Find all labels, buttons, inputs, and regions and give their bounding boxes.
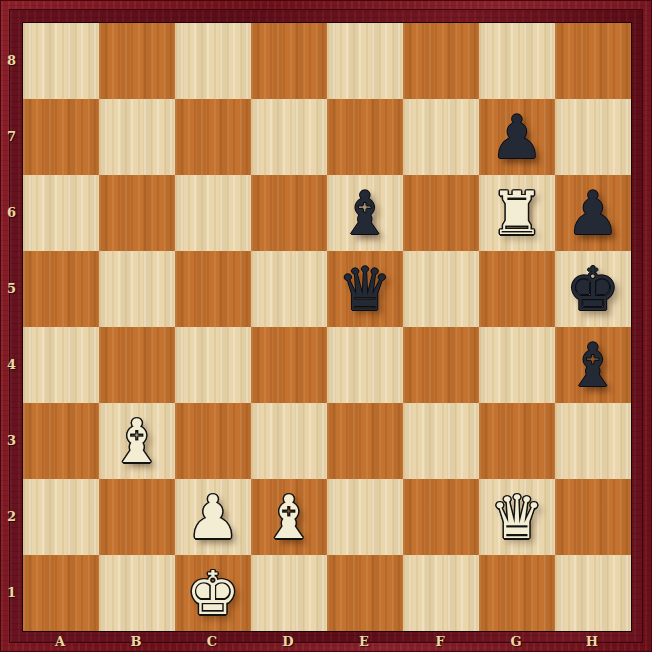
square-a3[interactable] bbox=[23, 403, 99, 479]
square-e5[interactable]: ♛ bbox=[327, 251, 403, 327]
file-label-a: A bbox=[22, 630, 98, 652]
piece-black-pawn-g7[interactable]: ♟ bbox=[490, 99, 544, 175]
square-f8[interactable] bbox=[403, 23, 479, 99]
rank-label-3: 3 bbox=[1, 402, 22, 478]
square-e4[interactable] bbox=[327, 327, 403, 403]
rank-label-6: 6 bbox=[1, 174, 22, 250]
square-c2[interactable]: ♟ bbox=[175, 479, 251, 555]
board: ♟♝♜♟♛♚♝♝♟♝♛♚ bbox=[22, 22, 632, 632]
square-h2[interactable] bbox=[555, 479, 631, 555]
square-d7[interactable] bbox=[251, 99, 327, 175]
file-label-b: B bbox=[98, 630, 174, 652]
square-e6[interactable]: ♝ bbox=[327, 175, 403, 251]
square-b6[interactable] bbox=[99, 175, 175, 251]
square-c5[interactable] bbox=[175, 251, 251, 327]
square-a5[interactable] bbox=[23, 251, 99, 327]
piece-white-bishop-d2[interactable]: ♝ bbox=[262, 479, 316, 555]
square-f1[interactable] bbox=[403, 555, 479, 631]
square-g5[interactable] bbox=[479, 251, 555, 327]
piece-white-bishop-b3[interactable]: ♝ bbox=[110, 403, 164, 479]
square-a1[interactable] bbox=[23, 555, 99, 631]
square-g3[interactable] bbox=[479, 403, 555, 479]
piece-white-rook-g6[interactable]: ♜ bbox=[490, 175, 544, 251]
rank-label-8: 8 bbox=[1, 22, 22, 98]
square-h7[interactable] bbox=[555, 99, 631, 175]
square-g8[interactable] bbox=[479, 23, 555, 99]
square-d6[interactable] bbox=[251, 175, 327, 251]
square-h5[interactable]: ♚ bbox=[555, 251, 631, 327]
square-d2[interactable]: ♝ bbox=[251, 479, 327, 555]
piece-black-king-h5[interactable]: ♚ bbox=[566, 251, 620, 327]
piece-black-queen-e5[interactable]: ♛ bbox=[338, 251, 392, 327]
rank-labels: 87654321 bbox=[1, 22, 22, 630]
square-c3[interactable] bbox=[175, 403, 251, 479]
file-label-d: D bbox=[250, 630, 326, 652]
square-e7[interactable] bbox=[327, 99, 403, 175]
square-b4[interactable] bbox=[99, 327, 175, 403]
square-e3[interactable] bbox=[327, 403, 403, 479]
square-c1[interactable]: ♚ bbox=[175, 555, 251, 631]
file-label-e: E bbox=[326, 630, 402, 652]
file-label-c: C bbox=[174, 630, 250, 652]
square-d1[interactable] bbox=[251, 555, 327, 631]
square-a2[interactable] bbox=[23, 479, 99, 555]
square-d5[interactable] bbox=[251, 251, 327, 327]
chessboard-frame: 87654321 ABCDEFGH ♟♝♜♟♛♚♝♝♟♝♛♚ bbox=[0, 0, 652, 652]
square-h3[interactable] bbox=[555, 403, 631, 479]
square-f6[interactable] bbox=[403, 175, 479, 251]
square-e2[interactable] bbox=[327, 479, 403, 555]
square-g1[interactable] bbox=[479, 555, 555, 631]
square-c6[interactable] bbox=[175, 175, 251, 251]
square-h8[interactable] bbox=[555, 23, 631, 99]
square-e8[interactable] bbox=[327, 23, 403, 99]
square-a7[interactable] bbox=[23, 99, 99, 175]
piece-black-bishop-h4[interactable]: ♝ bbox=[566, 327, 620, 403]
square-b1[interactable] bbox=[99, 555, 175, 631]
file-label-f: F bbox=[402, 630, 478, 652]
rank-label-5: 5 bbox=[1, 250, 22, 326]
square-d8[interactable] bbox=[251, 23, 327, 99]
piece-black-bishop-e6[interactable]: ♝ bbox=[338, 175, 392, 251]
rank-label-1: 1 bbox=[1, 554, 22, 630]
rank-label-2: 2 bbox=[1, 478, 22, 554]
piece-white-king-c1[interactable]: ♚ bbox=[186, 555, 240, 631]
file-label-g: G bbox=[478, 630, 554, 652]
piece-white-pawn-c2[interactable]: ♟ bbox=[186, 479, 240, 555]
square-c7[interactable] bbox=[175, 99, 251, 175]
square-a6[interactable] bbox=[23, 175, 99, 251]
square-g6[interactable]: ♜ bbox=[479, 175, 555, 251]
square-f4[interactable] bbox=[403, 327, 479, 403]
piece-white-queen-g2[interactable]: ♛ bbox=[490, 479, 544, 555]
square-h6[interactable]: ♟ bbox=[555, 175, 631, 251]
square-h4[interactable]: ♝ bbox=[555, 327, 631, 403]
square-a4[interactable] bbox=[23, 327, 99, 403]
square-f3[interactable] bbox=[403, 403, 479, 479]
square-d4[interactable] bbox=[251, 327, 327, 403]
square-b5[interactable] bbox=[99, 251, 175, 327]
square-g2[interactable]: ♛ bbox=[479, 479, 555, 555]
square-g4[interactable] bbox=[479, 327, 555, 403]
square-a8[interactable] bbox=[23, 23, 99, 99]
file-labels: ABCDEFGH bbox=[22, 630, 630, 652]
square-f2[interactable] bbox=[403, 479, 479, 555]
square-h1[interactable] bbox=[555, 555, 631, 631]
file-label-h: H bbox=[554, 630, 630, 652]
square-b7[interactable] bbox=[99, 99, 175, 175]
rank-label-4: 4 bbox=[1, 326, 22, 402]
square-b3[interactable]: ♝ bbox=[99, 403, 175, 479]
square-b2[interactable] bbox=[99, 479, 175, 555]
piece-black-pawn-h6[interactable]: ♟ bbox=[566, 175, 620, 251]
rank-label-7: 7 bbox=[1, 98, 22, 174]
square-b8[interactable] bbox=[99, 23, 175, 99]
square-f5[interactable] bbox=[403, 251, 479, 327]
square-f7[interactable] bbox=[403, 99, 479, 175]
square-c4[interactable] bbox=[175, 327, 251, 403]
square-g7[interactable]: ♟ bbox=[479, 99, 555, 175]
square-e1[interactable] bbox=[327, 555, 403, 631]
square-d3[interactable] bbox=[251, 403, 327, 479]
square-c8[interactable] bbox=[175, 23, 251, 99]
